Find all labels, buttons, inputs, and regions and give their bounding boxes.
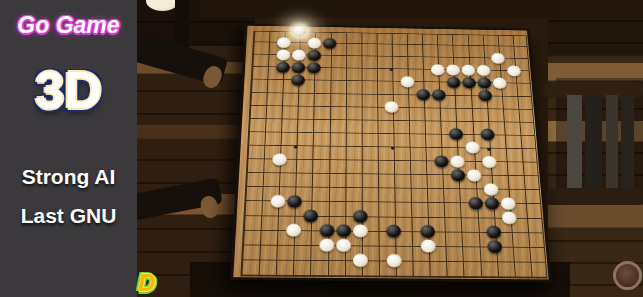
- feature-last-gnu: Last GNU: [0, 204, 137, 228]
- stone-white: [467, 169, 482, 181]
- stone-black: [303, 210, 318, 223]
- stone-white: [387, 254, 402, 267]
- stone-black: [420, 225, 435, 238]
- stone-black: [287, 195, 302, 208]
- stone-black: [432, 89, 446, 100]
- stone-black: [487, 240, 502, 253]
- screenshot-stage: Go Game 3D Strong AI Last GNU D: [0, 0, 643, 297]
- app-title: Go Game: [0, 12, 137, 39]
- promo-panel: Go Game 3D Strong AI Last GNU: [0, 0, 137, 297]
- stone-white: [353, 225, 368, 238]
- hoshi-point: [294, 145, 298, 148]
- stone-white: [465, 142, 480, 154]
- stone-black: [447, 77, 461, 88]
- stone-white: [493, 78, 507, 89]
- stone-black: [307, 62, 321, 73]
- stone-black: [276, 62, 290, 73]
- hoshi-point: [391, 146, 395, 149]
- chair-slat: [606, 95, 618, 192]
- stone-white: [501, 197, 516, 210]
- stone-white: [319, 239, 334, 252]
- stone-black: [320, 224, 335, 237]
- stone-black: [478, 90, 492, 101]
- stone-white: [308, 37, 322, 48]
- stone-black: [387, 225, 402, 238]
- chair-slat: [621, 95, 634, 192]
- stone-black: [449, 128, 463, 140]
- hoshi-point: [390, 69, 394, 72]
- stone-white: [400, 76, 414, 87]
- stone-white: [431, 64, 445, 75]
- stone-white: [292, 49, 306, 60]
- stone-black: [451, 169, 466, 181]
- stone-white: [336, 239, 351, 252]
- background-wall-top: [200, 0, 560, 18]
- stone-white: [277, 37, 291, 48]
- go-board[interactable]: [230, 24, 552, 283]
- stone-black: [481, 129, 496, 141]
- chair-slat: [567, 95, 582, 192]
- stone-black: [337, 224, 352, 237]
- stone-black: [462, 77, 476, 88]
- corner-d-badge: D: [138, 269, 155, 297]
- stone-white: [502, 212, 517, 225]
- stone-black: [291, 62, 305, 73]
- stone-black: [468, 197, 483, 210]
- stone-black: [434, 155, 449, 167]
- stone-white: [507, 65, 521, 76]
- stone-black: [485, 197, 500, 210]
- chair-slat: [585, 95, 602, 192]
- stone-white: [491, 53, 505, 64]
- stone-black: [323, 38, 337, 49]
- stone-white: [450, 155, 465, 167]
- stone-white: [482, 156, 497, 168]
- stone-white: [420, 240, 435, 253]
- stones-layer: [231, 25, 556, 287]
- stone-white: [385, 101, 399, 113]
- stone-white: [461, 65, 475, 76]
- stone-white: [286, 224, 301, 237]
- stone-white: [484, 183, 499, 195]
- stone-white: [270, 195, 285, 208]
- chair-bottom-rail: [546, 188, 643, 205]
- camera-ring-button[interactable]: [613, 261, 642, 290]
- stone-black: [486, 226, 501, 239]
- hoshi-point: [487, 148, 491, 151]
- stone-black: [307, 50, 321, 61]
- stone-black: [353, 210, 368, 223]
- stone-black: [416, 89, 430, 100]
- app-subtitle-3d: 3D: [0, 60, 137, 120]
- feature-strong-ai: Strong AI: [0, 165, 137, 189]
- stone-white: [353, 254, 368, 267]
- stone-white: [272, 153, 287, 165]
- stone-black: [291, 74, 305, 85]
- stone-white: [446, 64, 460, 75]
- stone-white: [477, 65, 491, 76]
- stone-white: [293, 25, 307, 36]
- stone-black: [477, 77, 491, 88]
- stone-white: [276, 49, 290, 60]
